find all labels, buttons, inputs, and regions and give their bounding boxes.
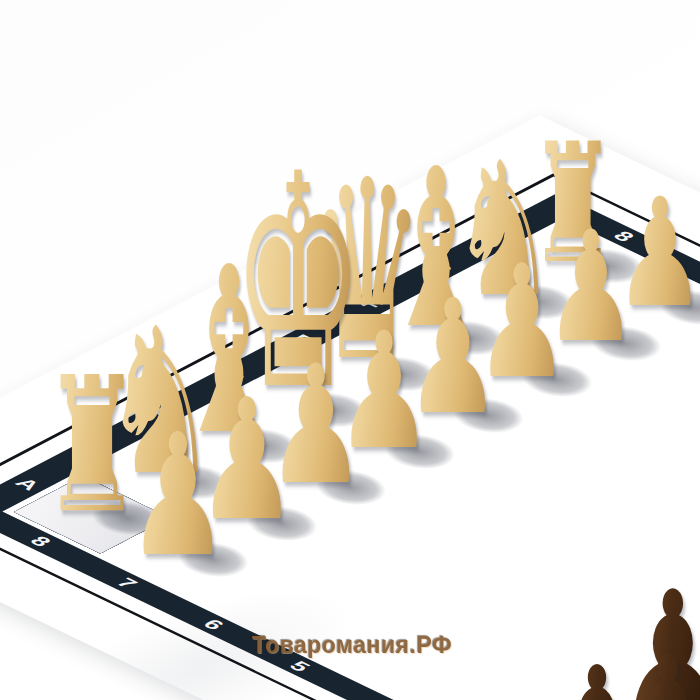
product-photo: 88AA77BB66CC55DD44EE33FF22GG11HH ♜♞♝♚♛♝♞… [0, 0, 700, 700]
pieces-layer: ♜♞♝♚♛♝♞♜♟♟♟♟♟♟♟♟♟♟♟ [0, 0, 700, 700]
dark-pawn: ♟ [610, 632, 700, 700]
light-pawn: ♟ [126, 411, 229, 580]
watermark: Товаромания.РФ [252, 632, 452, 659]
